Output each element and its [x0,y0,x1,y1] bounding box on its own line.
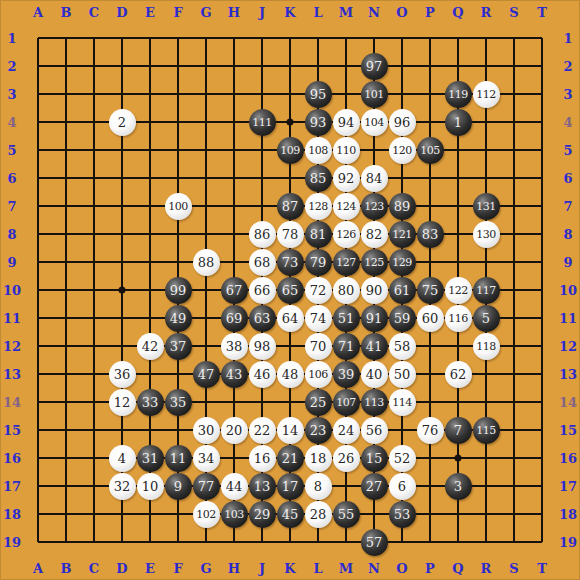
board-point-K13[interactable]: 48 [276,360,304,388]
board-point-T12[interactable] [528,332,556,360]
board-point-M7[interactable]: 124 [332,192,360,220]
board-point-G12[interactable] [192,332,220,360]
board-point-C13[interactable] [80,360,108,388]
board-point-R12[interactable]: 118 [472,332,500,360]
board-point-K15[interactable]: 14 [276,416,304,444]
board-point-T1[interactable] [528,24,556,52]
board-point-C17[interactable] [80,472,108,500]
board-point-O14[interactable]: 114 [388,388,416,416]
board-point-S14[interactable] [500,388,528,416]
board-point-Q6[interactable] [444,164,472,192]
board-point-J5[interactable] [248,136,276,164]
board-point-B9[interactable] [52,248,80,276]
board-point-E13[interactable] [136,360,164,388]
board-point-Q19[interactable] [444,528,472,556]
board-point-S11[interactable] [500,304,528,332]
board-point-B12[interactable] [52,332,80,360]
board-point-S16[interactable] [500,444,528,472]
board-point-N12[interactable]: 41 [360,332,388,360]
board-point-L16[interactable]: 18 [304,444,332,472]
board-point-S9[interactable] [500,248,528,276]
board-point-P13[interactable] [416,360,444,388]
board-point-K7[interactable]: 87 [276,192,304,220]
board-point-M13[interactable]: 39 [332,360,360,388]
board-point-F6[interactable] [164,164,192,192]
board-point-R18[interactable] [472,500,500,528]
board-point-P7[interactable] [416,192,444,220]
board-point-T6[interactable] [528,164,556,192]
board-point-N11[interactable]: 91 [360,304,388,332]
board-point-E1[interactable] [136,24,164,52]
board-point-H9[interactable] [220,248,248,276]
board-point-G19[interactable] [192,528,220,556]
board-point-D15[interactable] [108,416,136,444]
board-point-O15[interactable] [388,416,416,444]
board-point-B13[interactable] [52,360,80,388]
board-point-B7[interactable] [52,192,80,220]
board-point-O19[interactable] [388,528,416,556]
board-point-J7[interactable] [248,192,276,220]
board-point-C2[interactable] [80,52,108,80]
board-point-O6[interactable] [388,164,416,192]
board-point-F19[interactable] [164,528,192,556]
board-point-G16[interactable]: 34 [192,444,220,472]
board-point-G18[interactable]: 102 [192,500,220,528]
board-point-A16[interactable] [24,444,52,472]
board-point-N1[interactable] [360,24,388,52]
board-point-H2[interactable] [220,52,248,80]
board-point-F13[interactable] [164,360,192,388]
board-point-B3[interactable] [52,80,80,108]
board-point-A9[interactable] [24,248,52,276]
board-point-J4[interactable]: 111 [248,108,276,136]
board-point-C10[interactable] [80,276,108,304]
board-point-D18[interactable] [108,500,136,528]
board-point-F10[interactable]: 99 [164,276,192,304]
board-point-E8[interactable] [136,220,164,248]
board-point-J10[interactable]: 66 [248,276,276,304]
board-point-A18[interactable] [24,500,52,528]
board-point-J1[interactable] [248,24,276,52]
board-point-P15[interactable]: 76 [416,416,444,444]
board-point-H4[interactable] [220,108,248,136]
board-point-G13[interactable]: 47 [192,360,220,388]
board-point-O18[interactable]: 53 [388,500,416,528]
board-point-R5[interactable] [472,136,500,164]
board-point-D11[interactable] [108,304,136,332]
board-point-B16[interactable] [52,444,80,472]
board-point-M9[interactable]: 127 [332,248,360,276]
board-point-H1[interactable] [220,24,248,52]
board-point-J11[interactable]: 63 [248,304,276,332]
board-point-P11[interactable]: 60 [416,304,444,332]
board-point-T2[interactable] [528,52,556,80]
board-point-D16[interactable]: 4 [108,444,136,472]
board-point-O1[interactable] [388,24,416,52]
board-point-F11[interactable]: 49 [164,304,192,332]
board-point-O5[interactable]: 120 [388,136,416,164]
board-point-B19[interactable] [52,528,80,556]
board-point-L1[interactable] [304,24,332,52]
board-point-M3[interactable] [332,80,360,108]
board-point-A10[interactable] [24,276,52,304]
board-point-N9[interactable]: 125 [360,248,388,276]
board-point-Q3[interactable]: 119 [444,80,472,108]
board-point-N7[interactable]: 123 [360,192,388,220]
board-point-K3[interactable] [276,80,304,108]
board-point-J8[interactable]: 86 [248,220,276,248]
board-point-G4[interactable] [192,108,220,136]
board-point-A7[interactable] [24,192,52,220]
board-point-T13[interactable] [528,360,556,388]
board-point-H8[interactable] [220,220,248,248]
board-point-F8[interactable] [164,220,192,248]
board-point-F15[interactable] [164,416,192,444]
board-point-C16[interactable] [80,444,108,472]
board-point-Q18[interactable] [444,500,472,528]
board-point-K8[interactable]: 78 [276,220,304,248]
board-point-R13[interactable] [472,360,500,388]
board-point-O17[interactable]: 6 [388,472,416,500]
board-point-S1[interactable] [500,24,528,52]
board-point-C18[interactable] [80,500,108,528]
board-point-J9[interactable]: 68 [248,248,276,276]
board-point-K2[interactable] [276,52,304,80]
board-point-S7[interactable] [500,192,528,220]
board-point-Q2[interactable] [444,52,472,80]
board-point-Q4[interactable]: 1 [444,108,472,136]
board-point-E16[interactable]: 31 [136,444,164,472]
board-point-O8[interactable]: 121 [388,220,416,248]
board-point-N14[interactable]: 113 [360,388,388,416]
board-point-R1[interactable] [472,24,500,52]
board-point-N8[interactable]: 82 [360,220,388,248]
board-point-E10[interactable] [136,276,164,304]
board-point-H5[interactable] [220,136,248,164]
board-point-P16[interactable] [416,444,444,472]
board-point-O7[interactable]: 89 [388,192,416,220]
board-point-K9[interactable]: 73 [276,248,304,276]
board-point-R7[interactable]: 131 [472,192,500,220]
board-point-L19[interactable] [304,528,332,556]
board-point-G10[interactable] [192,276,220,304]
board-point-H3[interactable] [220,80,248,108]
board-point-M18[interactable]: 55 [332,500,360,528]
board-point-F14[interactable]: 35 [164,388,192,416]
board-point-M12[interactable]: 71 [332,332,360,360]
board-point-N17[interactable]: 27 [360,472,388,500]
board-point-O2[interactable] [388,52,416,80]
board-point-A15[interactable] [24,416,52,444]
board-point-E6[interactable] [136,164,164,192]
board-point-L7[interactable]: 128 [304,192,332,220]
board-point-K11[interactable]: 64 [276,304,304,332]
board-point-D13[interactable]: 36 [108,360,136,388]
board-point-M1[interactable] [332,24,360,52]
board-point-T9[interactable] [528,248,556,276]
board-point-P17[interactable] [416,472,444,500]
board-point-D7[interactable] [108,192,136,220]
board-point-A14[interactable] [24,388,52,416]
board-point-L15[interactable]: 23 [304,416,332,444]
board-point-E2[interactable] [136,52,164,80]
board-point-C6[interactable] [80,164,108,192]
board-point-Q5[interactable] [444,136,472,164]
board-point-Q7[interactable] [444,192,472,220]
board-point-H15[interactable]: 20 [220,416,248,444]
board-point-J19[interactable] [248,528,276,556]
board-point-G5[interactable] [192,136,220,164]
board-point-J17[interactable]: 13 [248,472,276,500]
board-point-R16[interactable] [472,444,500,472]
board-point-Q8[interactable] [444,220,472,248]
board-point-F3[interactable] [164,80,192,108]
board-point-E18[interactable] [136,500,164,528]
board-point-P8[interactable]: 83 [416,220,444,248]
board-point-L12[interactable]: 70 [304,332,332,360]
board-point-P5[interactable]: 105 [416,136,444,164]
board-point-D2[interactable] [108,52,136,80]
board-point-D17[interactable]: 32 [108,472,136,500]
board-point-M15[interactable]: 24 [332,416,360,444]
board-point-M4[interactable]: 94 [332,108,360,136]
board-point-J15[interactable]: 22 [248,416,276,444]
board-point-A2[interactable] [24,52,52,80]
board-point-B1[interactable] [52,24,80,52]
board-point-K1[interactable] [276,24,304,52]
board-point-E15[interactable] [136,416,164,444]
board-point-E17[interactable]: 10 [136,472,164,500]
board-point-D3[interactable] [108,80,136,108]
board-point-S8[interactable] [500,220,528,248]
board-point-Q11[interactable]: 116 [444,304,472,332]
board-point-L10[interactable]: 72 [304,276,332,304]
board-point-C4[interactable] [80,108,108,136]
board-point-K19[interactable] [276,528,304,556]
board-point-B17[interactable] [52,472,80,500]
board-point-D6[interactable] [108,164,136,192]
board-point-R6[interactable] [472,164,500,192]
board-point-F2[interactable] [164,52,192,80]
board-point-H10[interactable]: 67 [220,276,248,304]
board-point-Q12[interactable] [444,332,472,360]
board-point-H17[interactable]: 44 [220,472,248,500]
board-point-N18[interactable] [360,500,388,528]
board-point-R9[interactable] [472,248,500,276]
board-point-B2[interactable] [52,52,80,80]
board-point-N16[interactable]: 15 [360,444,388,472]
board-point-P6[interactable] [416,164,444,192]
board-point-R10[interactable]: 117 [472,276,500,304]
board-point-C3[interactable] [80,80,108,108]
board-point-M6[interactable]: 92 [332,164,360,192]
board-point-S2[interactable] [500,52,528,80]
board-point-L2[interactable] [304,52,332,80]
board-point-O11[interactable]: 59 [388,304,416,332]
board-point-H13[interactable]: 43 [220,360,248,388]
board-point-J3[interactable] [248,80,276,108]
board-point-F17[interactable]: 9 [164,472,192,500]
board-point-C8[interactable] [80,220,108,248]
board-point-P14[interactable] [416,388,444,416]
board-point-S3[interactable] [500,80,528,108]
board-point-R11[interactable]: 5 [472,304,500,332]
board-point-N3[interactable]: 101 [360,80,388,108]
board-point-R4[interactable] [472,108,500,136]
board-point-S13[interactable] [500,360,528,388]
board-point-E3[interactable] [136,80,164,108]
board-point-O10[interactable]: 61 [388,276,416,304]
board-point-H16[interactable] [220,444,248,472]
board-point-B5[interactable] [52,136,80,164]
board-point-D19[interactable] [108,528,136,556]
board-point-M16[interactable]: 26 [332,444,360,472]
board-point-D5[interactable] [108,136,136,164]
board-point-E4[interactable] [136,108,164,136]
board-point-K5[interactable]: 109 [276,136,304,164]
board-point-P1[interactable] [416,24,444,52]
board-point-C15[interactable] [80,416,108,444]
board-point-G8[interactable] [192,220,220,248]
board-point-G1[interactable] [192,24,220,52]
board-point-H19[interactable] [220,528,248,556]
board-point-G11[interactable] [192,304,220,332]
board-point-H7[interactable] [220,192,248,220]
board-point-H14[interactable] [220,388,248,416]
board-point-O16[interactable]: 52 [388,444,416,472]
board-point-S15[interactable] [500,416,528,444]
board-point-B18[interactable] [52,500,80,528]
board-point-H18[interactable]: 103 [220,500,248,528]
board-point-A11[interactable] [24,304,52,332]
board-point-A17[interactable] [24,472,52,500]
board-point-G2[interactable] [192,52,220,80]
board-point-P3[interactable] [416,80,444,108]
board-point-P18[interactable] [416,500,444,528]
board-point-Q15[interactable]: 7 [444,416,472,444]
board-point-K14[interactable] [276,388,304,416]
board-point-S18[interactable] [500,500,528,528]
board-point-B11[interactable] [52,304,80,332]
board-point-P2[interactable] [416,52,444,80]
board-point-C11[interactable] [80,304,108,332]
board-point-J16[interactable]: 16 [248,444,276,472]
board-point-F1[interactable] [164,24,192,52]
board-point-O12[interactable]: 58 [388,332,416,360]
board-point-A12[interactable] [24,332,52,360]
board-point-L6[interactable]: 85 [304,164,332,192]
board-point-S6[interactable] [500,164,528,192]
board-point-M17[interactable] [332,472,360,500]
board-point-S17[interactable] [500,472,528,500]
board-point-S4[interactable] [500,108,528,136]
board-point-T3[interactable] [528,80,556,108]
board-point-T8[interactable] [528,220,556,248]
board-point-M19[interactable] [332,528,360,556]
board-point-M2[interactable] [332,52,360,80]
board-point-F5[interactable] [164,136,192,164]
board-point-G9[interactable]: 88 [192,248,220,276]
board-point-H11[interactable]: 69 [220,304,248,332]
board-point-D4[interactable]: 2 [108,108,136,136]
board-point-T18[interactable] [528,500,556,528]
board-point-B10[interactable] [52,276,80,304]
board-point-E9[interactable] [136,248,164,276]
board-point-N15[interactable]: 56 [360,416,388,444]
board-point-G3[interactable] [192,80,220,108]
board-point-T11[interactable] [528,304,556,332]
board-point-P10[interactable]: 75 [416,276,444,304]
board-point-K6[interactable] [276,164,304,192]
board-point-N2[interactable]: 97 [360,52,388,80]
board-point-S10[interactable] [500,276,528,304]
board-point-K16[interactable]: 21 [276,444,304,472]
board-point-Q1[interactable] [444,24,472,52]
board-point-E19[interactable] [136,528,164,556]
board-point-S5[interactable] [500,136,528,164]
board-point-C14[interactable] [80,388,108,416]
board-point-T15[interactable] [528,416,556,444]
board-point-N10[interactable]: 90 [360,276,388,304]
board-point-C12[interactable] [80,332,108,360]
board-point-R8[interactable]: 130 [472,220,500,248]
board-point-E11[interactable] [136,304,164,332]
board-point-K4[interactable] [276,108,304,136]
board-point-Q9[interactable] [444,248,472,276]
board-point-L3[interactable]: 95 [304,80,332,108]
board-point-A8[interactable] [24,220,52,248]
board-point-Q10[interactable]: 122 [444,276,472,304]
board-point-K12[interactable] [276,332,304,360]
board-point-R2[interactable] [472,52,500,80]
board-point-R19[interactable] [472,528,500,556]
board-point-M11[interactable]: 51 [332,304,360,332]
board-point-C5[interactable] [80,136,108,164]
board-point-L8[interactable]: 81 [304,220,332,248]
board-point-A4[interactable] [24,108,52,136]
board-point-P9[interactable] [416,248,444,276]
board-point-B4[interactable] [52,108,80,136]
board-point-T19[interactable] [528,528,556,556]
board-point-F9[interactable] [164,248,192,276]
board-point-B8[interactable] [52,220,80,248]
board-point-E14[interactable]: 33 [136,388,164,416]
board-point-A19[interactable] [24,528,52,556]
board-point-G6[interactable] [192,164,220,192]
board-point-R14[interactable] [472,388,500,416]
board-point-R17[interactable] [472,472,500,500]
board-point-O4[interactable]: 96 [388,108,416,136]
board-point-L11[interactable]: 74 [304,304,332,332]
board-point-S12[interactable] [500,332,528,360]
board-point-L18[interactable]: 28 [304,500,332,528]
board-point-D12[interactable] [108,332,136,360]
board-point-F7[interactable]: 100 [164,192,192,220]
board-point-K10[interactable]: 65 [276,276,304,304]
board-point-M5[interactable]: 110 [332,136,360,164]
board-point-Q14[interactable] [444,388,472,416]
board-point-O9[interactable]: 129 [388,248,416,276]
board-point-C9[interactable] [80,248,108,276]
board-point-E7[interactable] [136,192,164,220]
board-point-L13[interactable]: 106 [304,360,332,388]
board-point-J12[interactable]: 98 [248,332,276,360]
board-point-O3[interactable] [388,80,416,108]
board-point-H6[interactable] [220,164,248,192]
board-point-C7[interactable] [80,192,108,220]
board-point-B6[interactable] [52,164,80,192]
board-point-F12[interactable]: 37 [164,332,192,360]
